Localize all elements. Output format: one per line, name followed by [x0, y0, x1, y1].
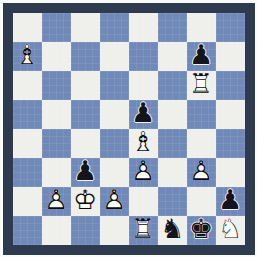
knight-glyph: ♘ — [218, 215, 242, 242]
square-c2[interactable]: ♚♔ — [71, 187, 100, 216]
square-e1[interactable]: ♜♖ — [129, 216, 158, 245]
square-b6[interactable] — [42, 71, 71, 100]
white-pawn[interactable]: ♟♙ — [129, 158, 158, 187]
square-d7[interactable] — [100, 42, 129, 71]
square-h8[interactable] — [216, 13, 245, 42]
pawn-glyph: ♟ — [218, 186, 242, 213]
square-b8[interactable] — [42, 13, 71, 42]
square-d6[interactable] — [100, 71, 129, 100]
square-h3[interactable] — [216, 158, 245, 187]
square-h1[interactable]: ♞♘ — [216, 216, 245, 245]
square-h5[interactable] — [216, 100, 245, 129]
square-h4[interactable] — [216, 129, 245, 158]
pawn-glyph: ♙ — [131, 157, 155, 184]
black-king[interactable]: ♚ — [187, 216, 216, 245]
board-frame: ♝♗♟♜♖♟♝♗♟♟♙♟♙♟♙♚♔♟♙♟♜♖♞♚♞♘ — [0, 0, 257, 257]
white-knight[interactable]: ♞♘ — [216, 216, 245, 245]
square-f7[interactable] — [158, 42, 187, 71]
square-d8[interactable] — [100, 13, 129, 42]
square-b7[interactable] — [42, 42, 71, 71]
black-pawn[interactable]: ♟ — [187, 42, 216, 71]
square-h6[interactable] — [216, 71, 245, 100]
square-g1[interactable]: ♚ — [187, 216, 216, 245]
square-a5[interactable] — [13, 100, 42, 129]
white-pawn[interactable]: ♟♙ — [187, 158, 216, 187]
white-rook[interactable]: ♜♖ — [187, 71, 216, 100]
white-bishop[interactable]: ♝♗ — [129, 129, 158, 158]
square-c4[interactable] — [71, 129, 100, 158]
square-e4[interactable]: ♝♗ — [129, 129, 158, 158]
square-d1[interactable] — [100, 216, 129, 245]
rook-glyph: ♖ — [189, 70, 213, 97]
square-e5[interactable]: ♟ — [129, 100, 158, 129]
white-king[interactable]: ♚♔ — [71, 187, 100, 216]
square-c7[interactable] — [71, 42, 100, 71]
white-bishop[interactable]: ♝♗ — [13, 42, 42, 71]
square-f6[interactable] — [158, 71, 187, 100]
square-g5[interactable] — [187, 100, 216, 129]
square-a2[interactable] — [13, 187, 42, 216]
square-g7[interactable]: ♟ — [187, 42, 216, 71]
pawn-glyph: ♟ — [73, 157, 97, 184]
king-glyph: ♚ — [189, 215, 213, 242]
square-f1[interactable]: ♞ — [158, 216, 187, 245]
square-b2[interactable]: ♟♙ — [42, 187, 71, 216]
chess-board: ♝♗♟♜♖♟♝♗♟♟♙♟♙♟♙♚♔♟♙♟♜♖♞♚♞♘ — [13, 13, 245, 245]
square-e7[interactable] — [129, 42, 158, 71]
black-pawn[interactable]: ♟ — [129, 100, 158, 129]
square-a1[interactable] — [13, 216, 42, 245]
rook-glyph: ♖ — [131, 215, 155, 242]
white-rook[interactable]: ♜♖ — [129, 216, 158, 245]
square-a6[interactable] — [13, 71, 42, 100]
square-c6[interactable] — [71, 71, 100, 100]
square-d3[interactable] — [100, 158, 129, 187]
square-g2[interactable] — [187, 187, 216, 216]
black-knight[interactable]: ♞ — [158, 216, 187, 245]
square-c5[interactable] — [71, 100, 100, 129]
square-c3[interactable]: ♟ — [71, 158, 100, 187]
square-a8[interactable] — [13, 13, 42, 42]
square-c8[interactable] — [71, 13, 100, 42]
square-e8[interactable] — [129, 13, 158, 42]
square-d4[interactable] — [100, 129, 129, 158]
pawn-glyph: ♙ — [44, 186, 68, 213]
white-pawn[interactable]: ♟♙ — [42, 187, 71, 216]
square-c1[interactable] — [71, 216, 100, 245]
square-b4[interactable] — [42, 129, 71, 158]
square-a3[interactable] — [13, 158, 42, 187]
square-f3[interactable] — [158, 158, 187, 187]
knight-glyph: ♞ — [160, 215, 184, 242]
black-pawn[interactable]: ♟ — [216, 187, 245, 216]
square-a4[interactable] — [13, 129, 42, 158]
square-f8[interactable] — [158, 13, 187, 42]
square-g4[interactable] — [187, 129, 216, 158]
square-h7[interactable] — [216, 42, 245, 71]
king-glyph: ♔ — [73, 186, 97, 213]
pawn-glyph: ♟ — [189, 41, 213, 68]
square-f5[interactable] — [158, 100, 187, 129]
square-d5[interactable] — [100, 100, 129, 129]
square-f2[interactable] — [158, 187, 187, 216]
pawn-glyph: ♙ — [189, 157, 213, 184]
pawn-glyph: ♟ — [131, 99, 155, 126]
bishop-glyph: ♗ — [15, 41, 39, 68]
pawn-glyph: ♙ — [102, 186, 126, 213]
square-a7[interactable]: ♝♗ — [13, 42, 42, 71]
white-pawn[interactable]: ♟♙ — [100, 187, 129, 216]
square-g8[interactable] — [187, 13, 216, 42]
square-f4[interactable] — [158, 129, 187, 158]
square-e3[interactable]: ♟♙ — [129, 158, 158, 187]
square-h2[interactable]: ♟ — [216, 187, 245, 216]
square-b5[interactable] — [42, 100, 71, 129]
square-b1[interactable] — [42, 216, 71, 245]
black-pawn[interactable]: ♟ — [71, 158, 100, 187]
square-e2[interactable] — [129, 187, 158, 216]
square-g6[interactable]: ♜♖ — [187, 71, 216, 100]
bishop-glyph: ♗ — [131, 128, 155, 155]
square-e6[interactable] — [129, 71, 158, 100]
square-g3[interactable]: ♟♙ — [187, 158, 216, 187]
square-b3[interactable] — [42, 158, 71, 187]
board-border: ♝♗♟♜♖♟♝♗♟♟♙♟♙♟♙♚♔♟♙♟♜♖♞♚♞♘ — [3, 3, 255, 255]
square-d2[interactable]: ♟♙ — [100, 187, 129, 216]
